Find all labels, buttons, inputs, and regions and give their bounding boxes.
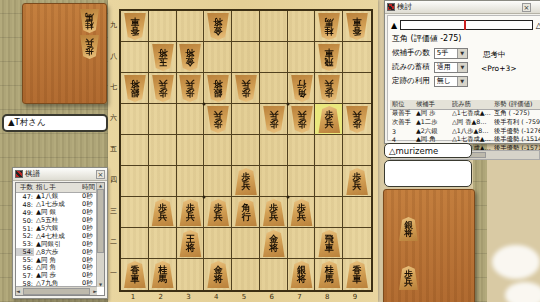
board-square[interactable] [232,11,260,42]
kifu-window-icon [15,170,23,178]
candidates-count-value: 5手 [435,48,457,58]
gote-mark: △ [536,21,540,30]
rank-label: 九 [108,9,119,40]
board-square[interactable] [343,135,371,166]
board-square[interactable] [149,11,177,42]
board-square[interactable] [260,11,288,42]
rank-label: 五 [108,133,119,164]
board-square[interactable] [260,135,288,166]
file-label: 6 [258,292,286,302]
kifu-window-title: 棋譜 [25,169,40,179]
rank-label: 二 [108,226,119,257]
board-square[interactable] [204,42,232,73]
board-square[interactable] [343,228,371,259]
board-square[interactable] [288,11,316,42]
kifu-header-move: 指し手 [34,183,82,192]
hoshi-dot [203,196,206,199]
board-square[interactable] [177,104,205,135]
kifu-cell: 56: [16,264,34,272]
rank-label: 四 [108,164,119,195]
engine-window-title: 検討 [397,2,412,12]
rank-label: 三 [108,195,119,226]
cushion-decoration [505,282,540,302]
file-label: 1 [119,292,147,302]
board-square[interactable] [315,197,343,228]
board-square[interactable] [177,259,205,290]
board-square[interactable] [260,166,288,197]
chevron-down-icon[interactable]: ▼ [457,49,467,58]
board-square[interactable] [288,228,316,259]
kifu-list: 手数 指し手 時間 47:▲1八銀0秒48:△1七歩成0秒49:▲同 銀0秒50… [15,182,105,296]
engine-window: 検討 × ▲ △ 互角 (評価値 -275) 候補手の数 5手 ▼ 読みの蓄積 … [384,0,540,144]
kifu-cell: 52: [16,232,34,240]
tatami-background-right [473,140,487,302]
kifu-cell: 48: [16,201,34,209]
gote-clock-box [384,160,472,187]
kifu-cell: 50: [16,217,34,225]
board-square[interactable] [204,228,232,259]
board-square[interactable] [288,135,316,166]
search-accumulation-select[interactable]: 適用 ▼ [434,62,468,73]
shogi-piece-桂馬[interactable]: 桂馬 [79,9,100,33]
board-square[interactable] [177,11,205,42]
board-square[interactable] [149,104,177,135]
candidate-cell: 3 [390,128,416,135]
sente-piece-stand: 桂馬歩兵 [22,3,107,104]
candidate-move-row[interactable]: 次善手▲1二歩△同 香▲8…後手有利 ( -759) [390,118,540,127]
kifu-cell: 55: [16,256,34,264]
hoshi-dot [286,103,289,106]
board-square[interactable] [260,42,288,73]
board-square[interactable] [232,259,260,290]
shogi-piece-歩兵[interactable]: 歩兵 [79,35,100,59]
sente-name: ▲T村さん [8,117,46,129]
engine-close-icon[interactable]: × [522,3,531,12]
opening-book-label: 定跡の利用 [392,76,430,86]
header-candidate: 候補手 [416,100,452,109]
engine-window-icon [387,3,395,11]
thinking-status: 思考中 [483,50,506,60]
candidate-cell: 次善手 [390,118,416,127]
candidates-count-select[interactable]: 5手 ▼ [434,48,468,59]
board-square[interactable] [288,42,316,73]
scroll-right-icon[interactable]: ► [91,288,97,294]
board-square[interactable] [288,166,316,197]
sente-mark: ▲ [391,21,397,30]
board-square[interactable] [177,166,205,197]
opening-book-value: 無し [435,76,457,86]
candidate-move-row[interactable]: 3▲2六銀△1八歩▲8…後手優勢 (-1276) [390,127,540,136]
board-square[interactable] [232,228,260,259]
rank-label: 七 [108,71,119,102]
hoshi-dot [286,196,289,199]
kifu-cell: 51: [16,225,34,233]
kifu-vscroll-thumb[interactable] [97,189,104,253]
board-square[interactable] [121,42,149,73]
board-square[interactable] [343,42,371,73]
kifu-cell: 49: [16,209,34,217]
board-square[interactable] [204,166,232,197]
file-label: 7 [286,292,314,302]
shogi-analysis-app: { "game": "shogi", "position": { "sfen":… [0,0,540,302]
scroll-down-icon[interactable]: ▼ [97,282,104,287]
chevron-down-icon[interactable]: ▼ [457,77,467,86]
file-label: 9 [341,292,369,302]
board-square[interactable] [121,104,149,135]
kifu-cell: 54: [16,248,34,256]
board-square[interactable] [121,228,149,259]
rank-label: 六 [108,102,119,133]
candidates-count-label: 候補手の数 [392,48,430,58]
gote-name: △murizeme [389,146,438,156]
file-label: 2 [147,292,175,302]
engine-level: <Pro+3> [481,64,517,73]
search-accumulation-label: 読みの蓄積 [392,62,430,72]
chevron-down-icon[interactable]: ▼ [457,63,467,72]
gote-name-tag: △murizeme [384,143,472,158]
engine-content: ▲ △ 互角 (評価値 -275) 候補手の数 5手 ▼ 読みの蓄積 適用 ▼ … [387,15,540,141]
board-square[interactable] [232,42,260,73]
board-square[interactable] [260,73,288,104]
candidate-table-header: 順位 候補手 読み筋 形勢 (評価値) [390,100,540,110]
board-square[interactable] [232,135,260,166]
file-label: 3 [175,292,203,302]
shogi-piece-銀将[interactable]: 銀将 [398,217,419,241]
kifu-horizontal-scrollbar[interactable]: ◄ ► [16,286,97,295]
header-rank: 順位 [390,100,416,109]
engine-titlebar[interactable]: 検討 × [385,1,540,14]
board-square[interactable] [149,228,177,259]
board-square[interactable] [121,197,149,228]
file-label: 8 [313,292,341,302]
board-square[interactable] [149,166,177,197]
kifu-vertical-scrollbar[interactable]: ▲ ▼ [96,183,104,287]
shogi-piece-歩兵[interactable]: 歩兵 [398,266,419,290]
kifu-cell: 57: [16,272,34,280]
gote-piece-stand: 銀将歩兵 [383,189,475,302]
hoshi-dot [203,103,206,106]
evaluation-marker [464,20,466,30]
kifu-close-icon[interactable]: × [96,170,105,179]
candidate-move-row[interactable]: 最善手▲同 歩△1七香成▲…互角 ( -275) [390,110,540,119]
kifu-rows: 47:▲1八銀0秒48:△1七歩成0秒49:▲同 銀0秒50:△5五桂0秒51:… [16,193,104,288]
kifu-window: 棋譜 × 手数 指し手 時間 47:▲1八銀0秒48:△1七歩成0秒49:▲同 … [12,167,108,299]
kifu-hscroll-thumb[interactable] [23,288,90,295]
shogi-board: 香車金将桂馬香車玉将金将飛車銀将歩兵歩兵銀将歩兵角行歩兵歩兵歩兵歩兵歩兵歩兵歩兵… [108,0,378,302]
evaluation-text: 互角 (評価値 -275) [392,33,461,44]
board-square[interactable] [121,135,149,166]
cushion-decoration [492,245,540,279]
kifu-cell: 47: [16,193,34,201]
rank-label: 一 [108,257,119,288]
board-square[interactable] [149,135,177,166]
search-accumulation-value: 適用 [435,62,457,72]
opening-book-select[interactable]: 無し ▼ [434,76,468,87]
file-label: 4 [202,292,230,302]
kifu-titlebar[interactable]: 棋譜 × [13,168,107,181]
header-eval: 形勢 (評価値) [494,100,540,109]
board-grid[interactable]: 香車金将桂馬香車玉将金将飛車銀将歩兵歩兵銀将歩兵角行歩兵歩兵歩兵歩兵歩兵歩兵歩兵… [119,9,373,292]
board-square[interactable] [315,166,343,197]
scroll-left-icon[interactable]: ◄ [16,288,22,294]
header-pv: 読み筋 [452,100,494,109]
scroll-up-icon[interactable]: ▲ [97,183,104,188]
board-square[interactable] [177,135,205,166]
board-square[interactable] [121,166,149,197]
sente-name-tag: ▲T村さん [2,114,108,132]
board-square[interactable] [204,135,232,166]
board-square[interactable] [343,73,371,104]
board-square[interactable] [343,197,371,228]
board-square[interactable] [260,259,288,290]
evaluation-bar [400,20,533,30]
board-square[interactable] [315,135,343,166]
file-label: 5 [230,292,258,302]
rank-label: 八 [108,40,119,71]
board-square[interactable] [232,104,260,135]
kifu-cell: 53: [16,240,34,248]
kifu-header-no: 手数 [16,183,34,192]
